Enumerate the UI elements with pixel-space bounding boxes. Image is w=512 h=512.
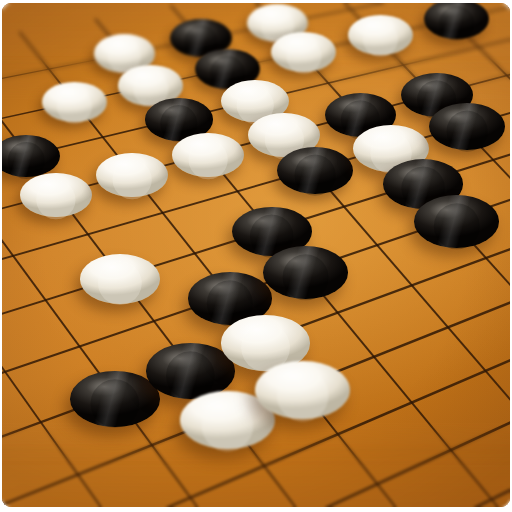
stone-glyph: ● <box>279 246 332 299</box>
stone-glyph: ● <box>186 133 231 178</box>
go-board-photo: ● ● ● ● ● ● ● ● ● ● ● ● ● ● ● ● ● ● ● ● … <box>0 0 512 512</box>
go-stone-black[interactable]: ● <box>414 195 499 248</box>
go-stone-black[interactable]: ● <box>429 103 505 150</box>
go-stone-white[interactable]: ● <box>80 254 160 304</box>
go-board[interactable]: ● ● ● ● ● ● ● ● ● ● ● ● ● ● ● ● ● ● ● ● … <box>2 3 510 507</box>
stone-glyph: ● <box>110 153 155 198</box>
go-stone-white[interactable]: ● <box>42 82 107 122</box>
stones-layer: ● ● ● ● ● ● ● ● ● ● ● ● ● ● ● ● ● ● ● ● … <box>2 3 510 507</box>
stone-glyph: ● <box>198 391 257 450</box>
stone-glyph: ● <box>87 371 143 427</box>
go-stone-white[interactable]: ● <box>255 361 350 420</box>
stone-glyph: ● <box>273 361 332 420</box>
stone-glyph: ● <box>292 147 339 194</box>
stone-glyph: ● <box>33 173 78 218</box>
stone-glyph: ● <box>54 82 94 122</box>
go-stone-white[interactable]: ● <box>96 153 168 198</box>
go-stone-white[interactable]: ● <box>348 15 413 55</box>
go-stone-white[interactable]: ● <box>271 32 336 72</box>
go-stone-white[interactable]: ● <box>20 173 92 218</box>
stone-glyph: ● <box>437 3 477 39</box>
stone-glyph: ● <box>95 254 145 304</box>
stone-glyph: ● <box>443 103 490 150</box>
stone-glyph: ● <box>360 15 400 55</box>
go-stone-black[interactable]: ● <box>70 371 160 427</box>
go-stone-white[interactable]: ● <box>172 133 244 178</box>
go-stone-black[interactable]: ● <box>263 246 348 299</box>
stone-glyph: ● <box>430 195 483 248</box>
go-stone-black[interactable]: ● <box>277 147 353 194</box>
go-stone-black[interactable]: ● <box>424 3 489 39</box>
stone-glyph: ● <box>284 32 324 72</box>
